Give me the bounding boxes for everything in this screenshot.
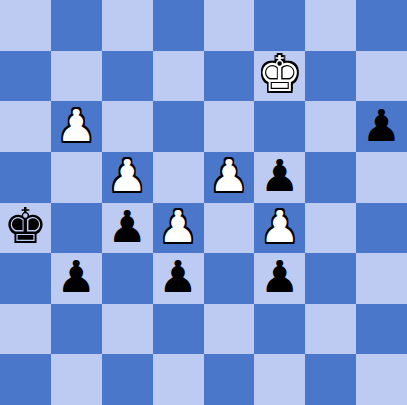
square-f8[interactable] (254, 0, 305, 51)
square-c2[interactable] (102, 304, 153, 355)
square-d4[interactable]: ♟ (153, 203, 204, 254)
square-h5[interactable] (356, 152, 407, 203)
white-pawn: ♟ (57, 104, 96, 148)
square-e2[interactable] (204, 304, 255, 355)
square-d2[interactable] (153, 304, 204, 355)
square-e3[interactable] (204, 253, 255, 304)
black-pawn: ♟ (57, 255, 96, 299)
square-f4[interactable]: ♟ (254, 203, 305, 254)
square-a3[interactable] (0, 253, 51, 304)
square-b2[interactable] (51, 304, 102, 355)
square-h8[interactable] (356, 0, 407, 51)
square-b3[interactable]: ♟ (51, 253, 102, 304)
square-d1[interactable] (153, 354, 204, 405)
square-h2[interactable] (356, 304, 407, 355)
square-c6[interactable] (102, 101, 153, 152)
chess-board: ♚♟♟♟♟♟♚♟♟♟♟♟♟ (0, 0, 407, 405)
square-d7[interactable] (153, 51, 204, 102)
black-king: ♚ (3, 203, 47, 252)
square-e6[interactable] (204, 101, 255, 152)
square-h4[interactable] (356, 203, 407, 254)
square-g4[interactable] (305, 203, 356, 254)
square-a6[interactable] (0, 101, 51, 152)
black-pawn: ♟ (362, 104, 401, 148)
black-pawn: ♟ (260, 154, 299, 198)
square-c4[interactable]: ♟ (102, 203, 153, 254)
square-a1[interactable] (0, 354, 51, 405)
square-e5[interactable]: ♟ (204, 152, 255, 203)
square-a8[interactable] (0, 0, 51, 51)
square-c5[interactable]: ♟ (102, 152, 153, 203)
square-f1[interactable] (254, 354, 305, 405)
square-a5[interactable] (0, 152, 51, 203)
square-h1[interactable] (356, 354, 407, 405)
white-king: ♚ (258, 51, 302, 100)
square-f3[interactable]: ♟ (254, 253, 305, 304)
white-pawn: ♟ (209, 154, 248, 198)
square-g5[interactable] (305, 152, 356, 203)
square-b8[interactable] (51, 0, 102, 51)
square-f6[interactable] (254, 101, 305, 152)
square-a7[interactable] (0, 51, 51, 102)
square-e1[interactable] (204, 354, 255, 405)
square-h6[interactable]: ♟ (356, 101, 407, 152)
square-g7[interactable] (305, 51, 356, 102)
white-pawn: ♟ (260, 205, 299, 249)
square-e7[interactable] (204, 51, 255, 102)
square-c7[interactable] (102, 51, 153, 102)
square-b4[interactable] (51, 203, 102, 254)
square-g6[interactable] (305, 101, 356, 152)
square-b1[interactable] (51, 354, 102, 405)
square-a4[interactable]: ♚ (0, 203, 51, 254)
square-b6[interactable]: ♟ (51, 101, 102, 152)
black-pawn: ♟ (107, 205, 146, 249)
square-d6[interactable] (153, 101, 204, 152)
square-b5[interactable] (51, 152, 102, 203)
square-d5[interactable] (153, 152, 204, 203)
square-f7[interactable]: ♚ (254, 51, 305, 102)
square-e8[interactable] (204, 0, 255, 51)
square-g8[interactable] (305, 0, 356, 51)
square-g1[interactable] (305, 354, 356, 405)
square-c1[interactable] (102, 354, 153, 405)
square-e4[interactable] (204, 203, 255, 254)
black-pawn: ♟ (260, 255, 299, 299)
square-c8[interactable] (102, 0, 153, 51)
square-b7[interactable] (51, 51, 102, 102)
white-pawn: ♟ (107, 154, 146, 198)
square-g2[interactable] (305, 304, 356, 355)
square-g3[interactable] (305, 253, 356, 304)
black-pawn: ♟ (158, 255, 197, 299)
square-h7[interactable] (356, 51, 407, 102)
square-a2[interactable] (0, 304, 51, 355)
square-c3[interactable] (102, 253, 153, 304)
square-d3[interactable]: ♟ (153, 253, 204, 304)
square-f2[interactable] (254, 304, 305, 355)
square-d8[interactable] (153, 0, 204, 51)
square-h3[interactable] (356, 253, 407, 304)
square-f5[interactable]: ♟ (254, 152, 305, 203)
white-pawn: ♟ (158, 205, 197, 249)
